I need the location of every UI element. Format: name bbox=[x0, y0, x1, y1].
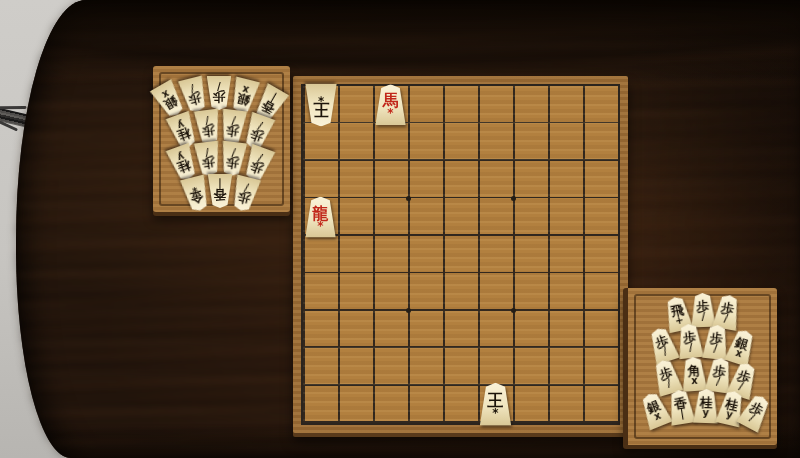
piece-body: 歩/ bbox=[676, 323, 704, 359]
piece-mark: y bbox=[726, 411, 734, 418]
star-point bbox=[406, 196, 411, 201]
piece-mark: * bbox=[492, 410, 498, 417]
gote-king[interactable]: 王* bbox=[305, 83, 337, 126]
sente-bishop[interactable]: 角x bbox=[680, 356, 707, 392]
sente-king[interactable]: 王* bbox=[480, 383, 512, 426]
piece-mark: | bbox=[271, 95, 277, 102]
piece-mark: y bbox=[177, 121, 185, 128]
gote-piece-stand: 銀x歩/歩/銀x香|桂y歩/歩/歩/桂y歩/歩/歩/金*香|歩/ bbox=[153, 66, 290, 212]
star-point bbox=[511, 308, 516, 313]
shogi-board: 王*馬*龍*王* bbox=[293, 76, 628, 433]
sente-piece-stand: 飛+歩/歩/歩/歩/歩/銀x歩/角x歩/歩/銀x香|桂y桂y歩/ bbox=[623, 288, 777, 445]
piece-mark: x bbox=[161, 90, 169, 98]
piece-mark: | bbox=[218, 181, 222, 187]
piece-body: 歩/ bbox=[229, 174, 261, 213]
piece-body: 龍* bbox=[305, 197, 336, 238]
piece-mark: / bbox=[663, 348, 668, 354]
piece-mark: x bbox=[654, 413, 662, 421]
piece-mark: / bbox=[232, 149, 236, 155]
piece-body: 馬* bbox=[375, 84, 406, 125]
piece-mark: / bbox=[738, 383, 743, 389]
piece-mark: * bbox=[387, 110, 393, 117]
piece-mark: / bbox=[190, 85, 195, 91]
piece-mark: / bbox=[716, 379, 720, 385]
piece-mark: / bbox=[244, 184, 249, 190]
board-grid[interactable] bbox=[301, 84, 620, 425]
piece-body: 王* bbox=[305, 83, 337, 126]
piece-mark: * bbox=[317, 222, 323, 229]
piece-mark: / bbox=[689, 345, 693, 351]
sente-pawn[interactable]: 歩/ bbox=[676, 323, 704, 359]
piece-mark: x bbox=[735, 350, 743, 357]
piece-body: 王* bbox=[480, 383, 512, 426]
star-point bbox=[406, 308, 411, 313]
piece-mark: / bbox=[701, 314, 705, 320]
piece-mark: / bbox=[713, 346, 717, 352]
gote-pawn[interactable]: 歩/ bbox=[229, 174, 261, 213]
piece-kanji: 歩 bbox=[736, 369, 752, 385]
star-point bbox=[511, 196, 516, 201]
sente-horse[interactable]: 馬* bbox=[375, 84, 406, 125]
piece-mark: * bbox=[191, 184, 197, 191]
piece-mark: / bbox=[205, 149, 209, 155]
piece-mark: / bbox=[258, 122, 263, 128]
piece-mark: / bbox=[258, 154, 263, 160]
piece-kanji: 香 bbox=[259, 98, 277, 116]
piece-mark: / bbox=[724, 316, 729, 322]
piece-mark: / bbox=[205, 117, 209, 123]
piece-mark: y bbox=[177, 153, 185, 160]
sente-dragon[interactable]: 龍* bbox=[305, 197, 336, 238]
piece-body: 角x bbox=[680, 356, 707, 392]
piece-mark: / bbox=[232, 117, 236, 123]
piece-mark: + bbox=[675, 317, 684, 324]
piece-body: 香| bbox=[666, 388, 696, 425]
stick-fiber bbox=[0, 106, 27, 110]
piece-mark: * bbox=[317, 93, 323, 100]
piece-mark: y bbox=[702, 410, 709, 416]
piece-mark: x bbox=[691, 378, 698, 384]
piece-mark: / bbox=[666, 381, 671, 387]
piece-mark: / bbox=[217, 83, 221, 89]
scene: 王*馬*龍*王* 銀x歩/歩/銀x香|桂y歩/歩/歩/桂y歩/歩/歩/金*香|歩… bbox=[0, 0, 800, 458]
piece-mark: | bbox=[680, 411, 684, 417]
piece-mark: / bbox=[749, 415, 755, 422]
piece-mark: x bbox=[242, 86, 250, 93]
sente-lance[interactable]: 香| bbox=[666, 388, 696, 425]
